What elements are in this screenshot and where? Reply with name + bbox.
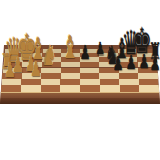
chess-set-photo: ♛♚♝♜♞♝♟♟♟♟♟♝♛♚♜♞♟♟♟♟♟: [0, 0, 160, 160]
piece-bP3-g4: ♟: [112, 55, 123, 75]
pieces-layer: ♛♚♝♜♞♝♟♟♟♟♟♝♛♚♜♞♟♟♟♟♟: [0, 0, 160, 160]
piece-wN-c5: ♞: [41, 43, 56, 70]
piece-bP2-e5: ♟: [79, 44, 90, 64]
piece-wP4-b3: ♟: [30, 59, 42, 80]
piece-bP1-f6: ♟: [95, 40, 105, 57]
piece-bP4-h4: ♟: [125, 54, 136, 74]
piece-wP3-a3: ♟: [4, 60, 16, 81]
piece-bP5-g3: ♟: [138, 53, 149, 73]
piece-bP6-h3: ♟: [149, 55, 160, 75]
piece-wB2-d5: ♝: [61, 32, 79, 63]
